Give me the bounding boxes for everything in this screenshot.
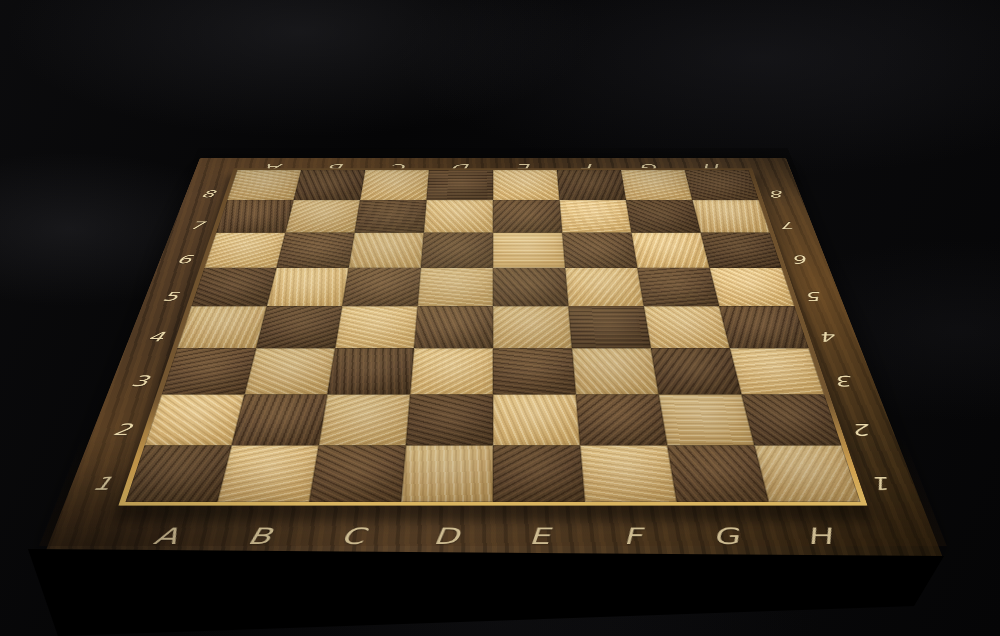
rank-label-left-8: 8 [199,188,217,199]
square-c6[interactable] [349,233,424,268]
file-label-bottom-d: D [432,523,460,549]
square-a8[interactable] [227,170,301,200]
square-b8[interactable] [294,170,366,200]
square-g4[interactable] [644,306,730,348]
rank-label-right-8: 8 [769,188,787,199]
square-d6[interactable] [421,233,493,268]
square-d1[interactable] [401,445,493,502]
rank-label-left-4: 4 [146,329,168,345]
square-a6[interactable] [204,233,285,268]
rank-label-left-2: 2 [110,420,135,439]
file-label-bottom-c: C [339,523,367,549]
square-c1[interactable] [309,445,406,502]
square-b5[interactable] [267,268,349,306]
square-f6[interactable] [562,233,637,268]
file-label-bottom-f: F [621,523,644,549]
chessboard: AA88BB77CC66DD55EE44FF33GG22HH11 [43,158,943,558]
photo-scene: AA88BB77CC66DD55EE44FF33GG22HH11 [0,0,1000,636]
square-e5[interactable] [493,268,568,306]
square-h1[interactable] [754,445,860,502]
square-e4[interactable] [493,306,572,348]
file-label-bottom-e: E [528,523,551,549]
rank-label-left-3: 3 [129,372,152,389]
square-a5[interactable] [191,268,276,306]
square-g5[interactable] [637,268,719,306]
file-label-bottom-g: G [710,523,742,549]
square-b6[interactable] [276,233,354,268]
square-a1[interactable] [125,445,231,502]
square-f8[interactable] [557,170,626,200]
playing-surface [118,168,867,505]
rank-label-right-3: 3 [834,372,857,389]
square-e7[interactable] [493,200,562,232]
square-h4[interactable] [719,306,809,348]
rank-label-right-2: 2 [851,420,876,439]
square-c5[interactable] [342,268,421,306]
square-c7[interactable] [355,200,427,232]
square-d4[interactable] [414,306,493,348]
square-b1[interactable] [217,445,318,502]
square-g1[interactable] [667,445,768,502]
square-c8[interactable] [360,170,429,200]
square-c4[interactable] [335,306,417,348]
rank-label-left-6: 6 [175,253,195,266]
square-a4[interactable] [177,306,267,348]
square-f1[interactable] [580,445,677,502]
rank-label-left-5: 5 [161,289,182,303]
square-e1[interactable] [493,445,585,502]
square-f5[interactable] [565,268,644,306]
file-label-bottom-h: H [802,523,836,549]
square-b2[interactable] [232,394,328,445]
square-f4[interactable] [568,306,650,348]
file-label-bottom-a: A [151,523,182,549]
square-c2[interactable] [319,394,410,445]
square-e3[interactable] [493,348,576,394]
square-g7[interactable] [626,200,701,232]
square-h5[interactable] [710,268,795,306]
square-c3[interactable] [327,348,414,394]
square-e8[interactable] [493,170,559,200]
rank-label-right-4: 4 [819,329,841,345]
square-g2[interactable] [659,394,755,445]
rank-label-right-6: 6 [792,253,812,266]
square-h3[interactable] [730,348,825,394]
square-b7[interactable] [285,200,360,232]
rank-label-right-7: 7 [780,219,799,231]
square-d2[interactable] [406,394,493,445]
board-frame: AA88BB77CC66DD55EE44FF33GG22HH11 [43,158,943,558]
rank-label-right-5: 5 [805,289,826,303]
square-h8[interactable] [685,170,759,200]
square-d8[interactable] [427,170,493,200]
square-d3[interactable] [410,348,493,394]
square-h7[interactable] [692,200,769,232]
square-g8[interactable] [621,170,693,200]
rank-label-left-1: 1 [90,473,116,494]
square-a3[interactable] [162,348,257,394]
square-e6[interactable] [493,233,565,268]
rank-label-right-1: 1 [870,473,896,494]
square-f3[interactable] [572,348,659,394]
square-b3[interactable] [244,348,335,394]
square-f7[interactable] [559,200,631,232]
square-a2[interactable] [144,394,244,445]
square-b4[interactable] [256,306,342,348]
board-grid [125,170,860,502]
square-a7[interactable] [216,200,293,232]
square-h2[interactable] [742,394,842,445]
square-g6[interactable] [631,233,709,268]
square-g3[interactable] [651,348,742,394]
rank-label-left-7: 7 [188,219,207,231]
square-f2[interactable] [576,394,667,445]
square-e2[interactable] [493,394,580,445]
file-label-bottom-b: B [245,523,274,549]
square-d5[interactable] [418,268,493,306]
square-h6[interactable] [701,233,782,268]
square-d7[interactable] [424,200,493,232]
